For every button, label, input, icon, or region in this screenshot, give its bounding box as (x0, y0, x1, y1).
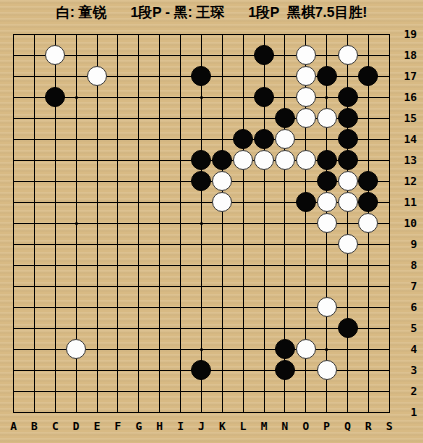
black-stone[interactable] (254, 87, 274, 107)
white-stone[interactable] (296, 150, 316, 170)
black-stone[interactable] (275, 108, 295, 128)
black-stone[interactable] (212, 150, 232, 170)
column-label: L (236, 420, 250, 433)
black-stone[interactable] (45, 87, 65, 107)
row-label: 1 (397, 406, 417, 419)
column-label: R (361, 420, 375, 433)
white-stone[interactable] (317, 213, 337, 233)
column-label: P (320, 420, 334, 433)
black-stone[interactable] (338, 108, 358, 128)
black-stone[interactable] (275, 360, 295, 380)
black-stone[interactable] (358, 66, 378, 86)
column-label: D (69, 420, 83, 433)
black-stone[interactable] (254, 45, 274, 65)
grid-line-vertical (243, 34, 244, 413)
white-stone[interactable] (317, 192, 337, 212)
grid-line-horizontal (13, 328, 390, 329)
row-label: 14 (397, 133, 417, 146)
white-stone[interactable] (317, 297, 337, 317)
white-stone[interactable] (66, 339, 86, 359)
row-label: 19 (397, 28, 417, 41)
black-stone[interactable] (191, 150, 211, 170)
white-stone[interactable] (317, 108, 337, 128)
column-label: H (153, 420, 167, 433)
column-label: S (382, 420, 396, 433)
black-stone[interactable] (296, 192, 316, 212)
column-label: O (299, 420, 313, 433)
white-stone[interactable] (212, 192, 232, 212)
black-stone[interactable] (338, 318, 358, 338)
go-game-window: 白: 童锐 1段P - 黑: 王琛 1段P 黑棋7.5目胜! ABCDEFGHI… (0, 0, 423, 443)
star-point (200, 96, 203, 99)
white-stone[interactable] (296, 66, 316, 86)
white-stone[interactable] (275, 150, 295, 170)
black-stone[interactable] (191, 360, 211, 380)
players-vs-info: 1段P - 黑: 王琛 (130, 4, 224, 22)
star-point (75, 96, 78, 99)
black-stone[interactable] (233, 129, 253, 149)
white-stone[interactable] (358, 213, 378, 233)
star-point (325, 96, 328, 99)
grid-line-vertical (389, 34, 390, 413)
column-label: G (132, 420, 146, 433)
black-stone[interactable] (338, 129, 358, 149)
white-stone[interactable] (338, 192, 358, 212)
white-stone[interactable] (87, 66, 107, 86)
column-label: N (278, 420, 292, 433)
black-stone[interactable] (358, 192, 378, 212)
column-label: E (90, 420, 104, 433)
black-stone[interactable] (191, 66, 211, 86)
black-stone[interactable] (338, 87, 358, 107)
row-label: 11 (397, 196, 417, 209)
row-label: 8 (397, 259, 417, 272)
black-stone[interactable] (358, 171, 378, 191)
column-label: C (48, 420, 62, 433)
row-label: 3 (397, 364, 417, 377)
star-point (200, 348, 203, 351)
grid-line-horizontal (13, 286, 390, 287)
white-stone[interactable] (296, 87, 316, 107)
white-stone[interactable] (275, 129, 295, 149)
white-stone[interactable] (296, 108, 316, 128)
row-label: 13 (397, 154, 417, 167)
row-label: 4 (397, 343, 417, 356)
black-stone[interactable] (254, 129, 274, 149)
star-point (325, 348, 328, 351)
column-label: F (111, 420, 125, 433)
row-label: 2 (397, 385, 417, 398)
row-label: 18 (397, 49, 417, 62)
column-label: I (174, 420, 188, 433)
row-label: 15 (397, 112, 417, 125)
column-label: B (27, 420, 41, 433)
game-info-header: 白: 童锐 1段P - 黑: 王琛 1段P 黑棋7.5目胜! (0, 0, 423, 26)
game-result-info: 1段P 黑棋7.5目胜! (248, 4, 367, 22)
white-player-info: 白: 童锐 (56, 4, 107, 22)
black-stone[interactable] (317, 171, 337, 191)
star-point (200, 222, 203, 225)
grid-line-vertical (222, 34, 223, 413)
black-stone[interactable] (275, 339, 295, 359)
grid-line-horizontal (13, 412, 390, 413)
black-stone[interactable] (191, 171, 211, 191)
row-label: 5 (397, 322, 417, 335)
black-stone[interactable] (338, 150, 358, 170)
grid-line-horizontal (13, 391, 390, 392)
white-stone[interactable] (233, 150, 253, 170)
white-stone[interactable] (296, 339, 316, 359)
black-stone[interactable] (317, 150, 337, 170)
row-label: 12 (397, 175, 417, 188)
white-stone[interactable] (338, 171, 358, 191)
white-stone[interactable] (212, 171, 232, 191)
row-label: 17 (397, 70, 417, 83)
row-label: 6 (397, 301, 417, 314)
white-stone[interactable] (338, 45, 358, 65)
white-stone[interactable] (45, 45, 65, 65)
row-label: 10 (397, 217, 417, 230)
row-label: 16 (397, 91, 417, 104)
grid-line-horizontal (13, 244, 390, 245)
grid-line-horizontal (13, 265, 390, 266)
white-stone[interactable] (317, 360, 337, 380)
star-point (75, 222, 78, 225)
row-label: 9 (397, 238, 417, 251)
white-stone[interactable] (254, 150, 274, 170)
column-label: J (194, 420, 208, 433)
white-stone[interactable] (338, 234, 358, 254)
row-label: 7 (397, 280, 417, 293)
column-label: A (7, 420, 21, 433)
column-label: K (215, 420, 229, 433)
white-stone[interactable] (296, 45, 316, 65)
column-label: M (257, 420, 271, 433)
black-stone[interactable] (317, 66, 337, 86)
column-label: Q (341, 420, 355, 433)
